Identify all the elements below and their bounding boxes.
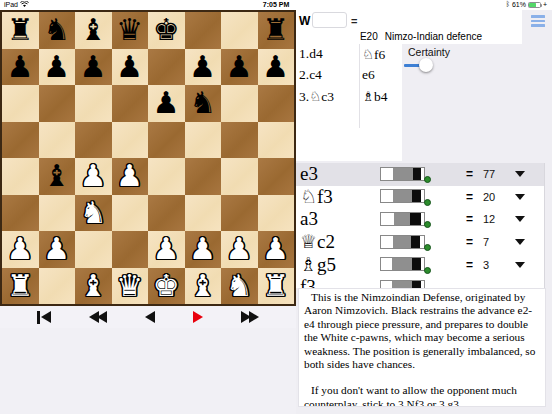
back-triangle-icon xyxy=(41,311,51,323)
board-nav xyxy=(0,306,296,328)
black-piece: ♝ xyxy=(43,158,70,194)
candidate-move-label: f3 xyxy=(300,276,316,288)
black-piece: ♜ xyxy=(262,12,289,48)
candidate-percent: 3 xyxy=(483,259,489,271)
white-piece: ♝ xyxy=(80,268,107,304)
square-a6[interactable] xyxy=(2,85,39,122)
square-g3[interactable] xyxy=(221,195,258,232)
opening-name: E20Nimzo-Indian defence xyxy=(296,31,546,42)
square-b8[interactable]: ♞ xyxy=(39,12,76,49)
black-piece: ♟ xyxy=(80,49,107,85)
move-list: 1.d4♘f62.c4e63.♘c3♗b4 xyxy=(296,44,402,107)
white-piece: ♟ xyxy=(7,231,34,267)
app-screen: iPad 7:05 PM ᛒ 61% + ♜♞♝♛♚♜♟♟♟♟♟♟♟♟♞♝♟♟♞… xyxy=(0,0,552,414)
white-piece: ♟ xyxy=(80,158,107,194)
move-entry-field[interactable] xyxy=(312,12,347,28)
square-f7[interactable]: ♟ xyxy=(185,49,222,86)
square-b6[interactable] xyxy=(39,85,76,122)
move-row-2: 2.c4e6 xyxy=(296,65,402,86)
square-a4[interactable] xyxy=(2,158,39,195)
square-f2[interactable]: ♟ xyxy=(185,231,222,268)
square-b5[interactable] xyxy=(39,122,76,159)
step-forward-button[interactable] xyxy=(193,309,203,325)
expand-arrow-icon[interactable] xyxy=(515,262,525,268)
battery-percent: 61% xyxy=(512,1,526,8)
win-draw-loss-bar xyxy=(380,257,425,271)
black-piece: ♞ xyxy=(189,85,216,121)
square-f6[interactable]: ♞ xyxy=(185,85,222,122)
expand-arrow-icon[interactable] xyxy=(515,239,525,245)
menu-icon[interactable] xyxy=(531,15,545,27)
black-piece: ♛ xyxy=(116,12,143,48)
description-paragraph: If you don't want to allow the opponent … xyxy=(304,384,540,407)
description-paragraph: This is the Nimzoindian Defense, origina… xyxy=(304,291,540,371)
square-g7[interactable]: ♟ xyxy=(221,49,258,86)
book-move-dot xyxy=(424,244,431,251)
status-bar: iPad 7:05 PM ᛒ 61% + xyxy=(0,0,552,10)
fast-forward-button[interactable] xyxy=(241,309,259,325)
square-c1[interactable]: ♝ xyxy=(75,268,112,305)
square-f8[interactable] xyxy=(185,12,222,49)
square-d5[interactable] xyxy=(112,122,149,159)
expand-arrow-icon[interactable] xyxy=(515,216,525,222)
square-c8[interactable]: ♝ xyxy=(75,12,112,49)
candidate-eval: = xyxy=(466,167,473,181)
square-h6[interactable] xyxy=(258,85,295,122)
square-g4[interactable] xyxy=(221,158,258,195)
square-g2[interactable]: ♟ xyxy=(221,231,258,268)
win-draw-loss-bar xyxy=(380,189,425,203)
win-draw-loss-bar xyxy=(380,235,425,249)
opening-description: This is the Nimzoindian Defense, origina… xyxy=(298,288,546,407)
square-e2[interactable]: ♟ xyxy=(148,231,185,268)
move-row-1: 1.d4♘f6 xyxy=(296,44,402,65)
square-d7[interactable]: ♟ xyxy=(112,49,149,86)
square-a2[interactable]: ♟ xyxy=(2,231,39,268)
start-bar-icon xyxy=(37,311,40,324)
square-e3[interactable] xyxy=(148,195,185,232)
black-piece: ♚ xyxy=(153,12,180,48)
black-move[interactable]: ♘f6 xyxy=(362,46,385,63)
square-d2[interactable] xyxy=(112,231,149,268)
opening-title: Nimzo-Indian defence xyxy=(385,31,482,42)
forward-triangle-icon xyxy=(193,311,203,323)
square-c5[interactable] xyxy=(75,122,112,159)
square-d8[interactable]: ♛ xyxy=(112,12,149,49)
candidate-percent: 20 xyxy=(483,191,495,203)
win-draw-loss-bar xyxy=(380,280,425,288)
square-d3[interactable] xyxy=(112,195,149,232)
square-g6[interactable] xyxy=(221,85,258,122)
win-draw-loss-bar xyxy=(380,212,425,226)
expand-arrow-icon[interactable] xyxy=(515,171,525,177)
expand-arrow-icon[interactable] xyxy=(515,194,525,200)
candidate-move-label: a3 xyxy=(300,208,318,230)
square-a1[interactable]: ♜ xyxy=(2,268,39,305)
white-piece: ♞ xyxy=(226,268,253,304)
candidate-row-♘f3[interactable]: ♘f3=20 xyxy=(296,186,544,209)
book-move-dot xyxy=(424,267,431,274)
white-piece: ♟ xyxy=(189,231,216,267)
white-piece: ♛ xyxy=(116,268,143,304)
square-c4[interactable]: ♟ xyxy=(75,158,112,195)
candidate-move-label: ♗g5 xyxy=(300,254,336,276)
square-f1[interactable]: ♝ xyxy=(185,268,222,305)
square-e4[interactable] xyxy=(148,158,185,195)
square-h3[interactable] xyxy=(258,195,295,232)
square-h7[interactable]: ♟ xyxy=(258,49,295,86)
white-move[interactable]: 3.♘c3 xyxy=(299,88,334,105)
square-d4[interactable]: ♟ xyxy=(112,158,149,195)
white-piece: ♚ xyxy=(153,268,180,304)
slider-knob[interactable] xyxy=(419,58,433,72)
candidate-move-list: e3=77♘f3=20a3=12♕c2=7♗g5=3f3 xyxy=(296,163,545,288)
square-g5[interactable] xyxy=(221,122,258,159)
black-move[interactable]: ♗b4 xyxy=(362,88,388,105)
white-move[interactable]: 1.d4 xyxy=(299,46,323,62)
black-piece: ♟ xyxy=(153,85,180,121)
black-move[interactable]: e6 xyxy=(362,67,375,83)
candidate-row-f3[interactable]: f3 xyxy=(296,276,544,288)
white-piece: ♝ xyxy=(189,268,216,304)
black-piece: ♟ xyxy=(7,49,34,85)
white-piece: ♟ xyxy=(116,158,143,194)
book-move-dot xyxy=(424,221,431,228)
black-piece: ♟ xyxy=(116,49,143,85)
black-piece: ♟ xyxy=(43,49,70,85)
square-g8[interactable] xyxy=(221,12,258,49)
square-e1[interactable]: ♚ xyxy=(148,268,185,305)
white-piece: ♟ xyxy=(226,231,253,267)
square-c6[interactable] xyxy=(75,85,112,122)
white-piece: ♞ xyxy=(80,195,107,231)
square-b2[interactable]: ♟ xyxy=(39,231,76,268)
square-c2[interactable] xyxy=(75,231,112,268)
book-move-dot xyxy=(424,199,431,206)
candidate-row-e3[interactable]: e3=77 xyxy=(296,163,544,186)
square-a5[interactable] xyxy=(2,122,39,159)
white-move[interactable]: 2.c4 xyxy=(299,67,322,83)
square-b1[interactable] xyxy=(39,268,76,305)
win-draw-loss-bar xyxy=(380,167,425,181)
square-b7[interactable]: ♟ xyxy=(39,49,76,86)
go-to-start-button[interactable] xyxy=(37,309,51,325)
certainty-label: Certainty xyxy=(408,46,450,58)
eco-code: E20 xyxy=(360,31,378,42)
square-f5[interactable] xyxy=(185,122,222,159)
white-piece: ♟ xyxy=(262,231,289,267)
square-f4[interactable] xyxy=(185,158,222,195)
candidate-eval: = xyxy=(466,235,473,249)
certainty-slider[interactable] xyxy=(402,58,522,74)
black-piece: ♞ xyxy=(43,12,70,48)
candidate-eval: = xyxy=(466,190,473,204)
square-b3[interactable] xyxy=(39,195,76,232)
candidate-move-label: ♕c2 xyxy=(300,231,335,253)
white-piece: ♜ xyxy=(7,268,34,304)
side-to-move-label: W xyxy=(299,14,310,28)
square-h5[interactable] xyxy=(258,122,295,159)
square-f3[interactable] xyxy=(185,195,222,232)
square-a7[interactable]: ♟ xyxy=(2,49,39,86)
board-frame: ♜♞♝♛♚♜♟♟♟♟♟♟♟♟♞♝♟♟♞♟♟♟♟♟♟♜♝♛♚♝♞♜ xyxy=(0,10,296,306)
square-g1[interactable]: ♞ xyxy=(221,268,258,305)
square-d1[interactable]: ♛ xyxy=(112,268,149,305)
black-piece: ♟ xyxy=(189,49,216,85)
book-move-dot xyxy=(424,176,431,183)
square-e8[interactable]: ♚ xyxy=(148,12,185,49)
move-row-3: 3.♘c3♗b4 xyxy=(296,86,402,107)
white-piece: ♟ xyxy=(153,231,180,267)
black-piece: ♟ xyxy=(262,49,289,85)
candidate-row-♗g5[interactable]: ♗g5=3 xyxy=(296,254,544,277)
square-e7[interactable] xyxy=(148,49,185,86)
battery-icon xyxy=(528,2,541,8)
candidate-percent: 12 xyxy=(483,213,495,225)
white-piece: ♟ xyxy=(43,231,70,267)
square-h2[interactable]: ♟ xyxy=(258,231,295,268)
black-piece: ♝ xyxy=(80,12,107,48)
candidate-move-label: e3 xyxy=(300,163,318,185)
position-eval: = xyxy=(351,15,357,27)
square-a8[interactable]: ♜ xyxy=(2,12,39,49)
candidate-eval: = xyxy=(466,258,473,272)
square-e6[interactable]: ♟ xyxy=(148,85,185,122)
analysis-panel: W = E20Nimzo-Indian defence 1.d4♘f62.c4e… xyxy=(296,10,552,414)
candidate-percent: 7 xyxy=(483,236,489,248)
square-c7[interactable]: ♟ xyxy=(75,49,112,86)
square-e5[interactable] xyxy=(148,122,185,159)
square-c3[interactable]: ♞ xyxy=(75,195,112,232)
charging-indicator: + xyxy=(543,1,547,8)
black-piece: ♜ xyxy=(7,12,34,48)
square-h4[interactable] xyxy=(258,158,295,195)
chess-board: ♜♞♝♛♚♜♟♟♟♟♟♟♟♟♞♝♟♟♞♟♟♟♟♟♟♜♝♛♚♝♞♜ xyxy=(2,12,294,304)
candidate-percent: 77 xyxy=(483,168,495,180)
square-d6[interactable] xyxy=(112,85,149,122)
candidate-move-label: ♘f3 xyxy=(300,186,333,208)
square-h8[interactable]: ♜ xyxy=(258,12,295,49)
candidate-eval: = xyxy=(466,212,473,226)
black-piece: ♟ xyxy=(226,49,253,85)
square-b4[interactable]: ♝ xyxy=(39,158,76,195)
step-back-button[interactable] xyxy=(145,309,155,325)
white-piece: ♜ xyxy=(262,268,289,304)
square-h1[interactable]: ♜ xyxy=(258,268,295,305)
fast-back-button[interactable] xyxy=(89,309,107,325)
clock: 7:05 PM xyxy=(0,1,552,8)
candidate-row-♕c2[interactable]: ♕c2=7 xyxy=(296,231,544,254)
candidate-row-a3[interactable]: a3=12 xyxy=(296,208,544,231)
square-a3[interactable] xyxy=(2,195,39,232)
bluetooth-icon: ᛒ xyxy=(506,1,510,8)
